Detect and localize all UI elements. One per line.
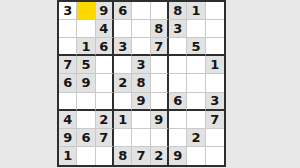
cell-r5c1-digit-6[interactable]: 6 xyxy=(59,74,77,92)
cell-r3c3-digit-6[interactable]: 6 xyxy=(96,38,114,56)
cell-r9c4-digit-8[interactable]: 8 xyxy=(114,147,132,165)
cell-r7c7-empty[interactable] xyxy=(169,111,187,129)
cell-r4c2-digit-5[interactable]: 5 xyxy=(77,56,95,74)
cell-r8c2-digit-6[interactable]: 6 xyxy=(77,129,95,147)
cell-r2c9-empty[interactable] xyxy=(206,20,224,38)
cell-r8c8-digit-2[interactable]: 2 xyxy=(187,129,205,147)
cell-r7c2-empty[interactable] xyxy=(77,111,95,129)
cell-r4c5-digit-3[interactable]: 3 xyxy=(132,56,150,74)
cell-r9c7-digit-9[interactable]: 9 xyxy=(169,147,187,165)
cell-r7c1-digit-4[interactable]: 4 xyxy=(59,111,77,129)
cell-r1c9-empty[interactable] xyxy=(206,2,224,20)
cell-r9c3-empty[interactable] xyxy=(96,147,114,165)
cell-r5c3-empty[interactable] xyxy=(96,74,114,92)
cell-r6c2-empty[interactable] xyxy=(77,93,95,111)
cell-r1c1-digit-3[interactable]: 3 xyxy=(59,2,77,20)
cell-r3c9-empty[interactable] xyxy=(206,38,224,56)
cell-r8c6-empty[interactable] xyxy=(151,129,169,147)
cell-r6c5-digit-9[interactable]: 9 xyxy=(132,93,150,111)
cell-r8c4-empty[interactable] xyxy=(114,129,132,147)
cell-r1c7-digit-8[interactable]: 8 xyxy=(169,2,187,20)
cell-r4c3-empty[interactable] xyxy=(96,56,114,74)
cell-r6c9-digit-3[interactable]: 3 xyxy=(206,93,224,111)
cell-r5c6-empty[interactable] xyxy=(151,74,169,92)
cell-r4c6-empty[interactable] xyxy=(151,56,169,74)
cell-r1c6-empty[interactable] xyxy=(151,2,169,20)
cell-r7c4-digit-1[interactable]: 1 xyxy=(114,111,132,129)
cell-r6c4-empty[interactable] xyxy=(114,93,132,111)
cell-r4c9-digit-1[interactable]: 1 xyxy=(206,56,224,74)
cell-r3c7-empty[interactable] xyxy=(169,38,187,56)
cell-r5c5-digit-8[interactable]: 8 xyxy=(132,74,150,92)
cell-r1c4-digit-6[interactable]: 6 xyxy=(114,2,132,20)
cell-r9c2-empty[interactable] xyxy=(77,147,95,165)
cell-r5c8-empty[interactable] xyxy=(187,74,205,92)
cell-r3c1-empty[interactable] xyxy=(59,38,77,56)
cell-r9c5-digit-7[interactable]: 7 xyxy=(132,147,150,165)
cell-r7c8-empty[interactable] xyxy=(187,111,205,129)
cell-r7c3-digit-2[interactable]: 2 xyxy=(96,111,114,129)
cell-r4c1-digit-7[interactable]: 7 xyxy=(59,56,77,74)
cell-r8c9-empty[interactable] xyxy=(206,129,224,147)
cell-r3c6-digit-7[interactable]: 7 xyxy=(151,38,169,56)
cell-r1c2-empty[interactable] xyxy=(77,2,95,20)
cell-r5c4-digit-2[interactable]: 2 xyxy=(114,74,132,92)
cell-r6c1-empty[interactable] xyxy=(59,93,77,111)
cell-r9c9-empty[interactable] xyxy=(206,147,224,165)
page-background: { "game": "sudoku", "position": "3.96..8… xyxy=(0,0,300,168)
cell-r3c4-digit-3[interactable]: 3 xyxy=(114,38,132,56)
cell-r7c9-digit-7[interactable]: 7 xyxy=(206,111,224,129)
cell-r8c1-digit-9[interactable]: 9 xyxy=(59,129,77,147)
cell-r7c6-digit-9[interactable]: 9 xyxy=(151,111,169,129)
cell-r3c5-empty[interactable] xyxy=(132,38,150,56)
cell-r2c7-digit-3[interactable]: 3 xyxy=(169,20,187,38)
cell-r2c1-empty[interactable] xyxy=(59,20,77,38)
cell-r2c8-empty[interactable] xyxy=(187,20,205,38)
cell-r4c8-empty[interactable] xyxy=(187,56,205,74)
cell-r8c7-empty[interactable] xyxy=(169,129,187,147)
cell-r1c3-digit-9[interactable]: 9 xyxy=(96,2,114,20)
cell-r6c3-empty[interactable] xyxy=(96,93,114,111)
cell-r2c6-digit-8[interactable]: 8 xyxy=(151,20,169,38)
cell-r2c2-empty[interactable] xyxy=(77,20,95,38)
cell-r1c5-empty[interactable] xyxy=(132,2,150,20)
cell-r7c5-empty[interactable] xyxy=(132,111,150,129)
cell-r4c4-empty[interactable] xyxy=(114,56,132,74)
cell-r6c8-empty[interactable] xyxy=(187,93,205,111)
sudoku-board: 39681483163757531692896342197967218729 xyxy=(57,0,226,167)
cell-r8c5-empty[interactable] xyxy=(132,129,150,147)
cell-r2c3-digit-4[interactable]: 4 xyxy=(96,20,114,38)
cell-r9c6-digit-2[interactable]: 2 xyxy=(151,147,169,165)
cell-r2c4-empty[interactable] xyxy=(114,20,132,38)
cell-r6c7-digit-6[interactable]: 6 xyxy=(169,93,187,111)
cell-r5c7-empty[interactable] xyxy=(169,74,187,92)
cell-r3c8-digit-5[interactable]: 5 xyxy=(187,38,205,56)
cell-r5c2-digit-9[interactable]: 9 xyxy=(77,74,95,92)
cell-r3c2-digit-1[interactable]: 1 xyxy=(77,38,95,56)
cell-r6c6-empty[interactable] xyxy=(151,93,169,111)
cell-r1c8-digit-1[interactable]: 1 xyxy=(187,2,205,20)
cell-r2c5-empty[interactable] xyxy=(132,20,150,38)
cell-r5c9-empty[interactable] xyxy=(206,74,224,92)
cell-r4c7-empty[interactable] xyxy=(169,56,187,74)
cell-r9c1-digit-1[interactable]: 1 xyxy=(59,147,77,165)
cell-r8c3-digit-7[interactable]: 7 xyxy=(96,129,114,147)
cell-r9c8-empty[interactable] xyxy=(187,147,205,165)
